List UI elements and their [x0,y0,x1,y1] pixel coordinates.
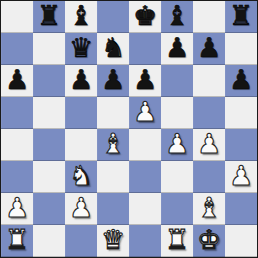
black-rook[interactable]: ♜ [37,0,61,32]
square-c4[interactable] [65,129,97,161]
white-rook[interactable]: ♜ [165,224,189,256]
square-a3[interactable] [1,161,33,193]
square-d1[interactable]: ♛ [97,225,129,257]
black-bishop[interactable]: ♝ [165,0,189,32]
square-b6[interactable] [33,65,65,97]
square-b4[interactable] [33,129,65,161]
square-d7[interactable]: ♞ [97,33,129,65]
white-queen[interactable]: ♛ [101,224,125,256]
square-b1[interactable] [33,225,65,257]
white-pawn[interactable]: ♟ [229,160,253,192]
square-f2[interactable] [161,193,193,225]
square-g1[interactable]: ♚ [193,225,225,257]
square-b8[interactable]: ♜ [33,1,65,33]
square-e8[interactable]: ♚ [129,1,161,33]
black-pawn[interactable]: ♟ [229,64,253,96]
white-pawn[interactable]: ♟ [197,128,221,160]
black-pawn[interactable]: ♟ [133,64,157,96]
square-a2[interactable]: ♟ [1,193,33,225]
square-e2[interactable] [129,193,161,225]
black-rook[interactable]: ♜ [229,0,253,32]
square-e1[interactable] [129,225,161,257]
square-f7[interactable]: ♟ [161,33,193,65]
square-h1[interactable] [225,225,257,257]
square-h8[interactable]: ♜ [225,1,257,33]
black-pawn[interactable]: ♟ [69,64,93,96]
square-f3[interactable] [161,161,193,193]
white-pawn[interactable]: ♟ [133,96,157,128]
white-king[interactable]: ♚ [197,224,221,256]
square-c2[interactable]: ♟ [65,193,97,225]
black-queen[interactable]: ♛ [69,32,93,64]
square-h7[interactable] [225,33,257,65]
square-g3[interactable] [193,161,225,193]
square-c1[interactable] [65,225,97,257]
square-c6[interactable]: ♟ [65,65,97,97]
square-f8[interactable]: ♝ [161,1,193,33]
white-rook[interactable]: ♜ [5,224,29,256]
square-h6[interactable]: ♟ [225,65,257,97]
white-pawn[interactable]: ♟ [5,192,29,224]
square-b7[interactable] [33,33,65,65]
square-a4[interactable] [1,129,33,161]
square-d3[interactable] [97,161,129,193]
white-pawn[interactable]: ♟ [165,128,189,160]
square-e6[interactable]: ♟ [129,65,161,97]
square-b2[interactable] [33,193,65,225]
square-g4[interactable]: ♟ [193,129,225,161]
square-g2[interactable]: ♝ [193,193,225,225]
square-f4[interactable]: ♟ [161,129,193,161]
white-pawn[interactable]: ♟ [69,192,93,224]
black-pawn[interactable]: ♟ [5,64,29,96]
black-pawn[interactable]: ♟ [165,32,189,64]
square-c5[interactable] [65,97,97,129]
square-g6[interactable] [193,65,225,97]
square-e4[interactable] [129,129,161,161]
square-h5[interactable] [225,97,257,129]
square-c7[interactable]: ♛ [65,33,97,65]
square-h3[interactable]: ♟ [225,161,257,193]
square-h2[interactable] [225,193,257,225]
black-bishop[interactable]: ♝ [69,0,93,32]
black-pawn[interactable]: ♟ [197,32,221,64]
square-c3[interactable]: ♞ [65,161,97,193]
square-a8[interactable] [1,1,33,33]
square-f6[interactable] [161,65,193,97]
square-f1[interactable]: ♜ [161,225,193,257]
square-d2[interactable] [97,193,129,225]
square-c8[interactable]: ♝ [65,1,97,33]
black-knight[interactable]: ♞ [101,32,125,64]
square-d5[interactable] [97,97,129,129]
square-f5[interactable] [161,97,193,129]
square-a7[interactable] [1,33,33,65]
square-a6[interactable]: ♟ [1,65,33,97]
board-container: ♜♝♚♝♜♛♞♟♟♟♟♟♟♟♟♝♟♟♞♟♟♟♝♜♛♜♚ [0,0,258,258]
square-b5[interactable] [33,97,65,129]
square-d8[interactable] [97,1,129,33]
square-b3[interactable] [33,161,65,193]
square-d6[interactable]: ♟ [97,65,129,97]
square-g8[interactable] [193,1,225,33]
black-king[interactable]: ♚ [133,0,157,32]
square-g5[interactable] [193,97,225,129]
white-bishop[interactable]: ♝ [101,128,125,160]
white-bishop[interactable]: ♝ [197,192,221,224]
square-e7[interactable] [129,33,161,65]
square-d4[interactable]: ♝ [97,129,129,161]
chess-board: ♜♝♚♝♜♛♞♟♟♟♟♟♟♟♟♝♟♟♞♟♟♟♝♜♛♜♚ [0,0,258,258]
square-g7[interactable]: ♟ [193,33,225,65]
square-e3[interactable] [129,161,161,193]
square-a1[interactable]: ♜ [1,225,33,257]
black-pawn[interactable]: ♟ [101,64,125,96]
white-knight[interactable]: ♞ [69,160,93,192]
square-h4[interactable] [225,129,257,161]
square-e5[interactable]: ♟ [129,97,161,129]
square-a5[interactable] [1,97,33,129]
